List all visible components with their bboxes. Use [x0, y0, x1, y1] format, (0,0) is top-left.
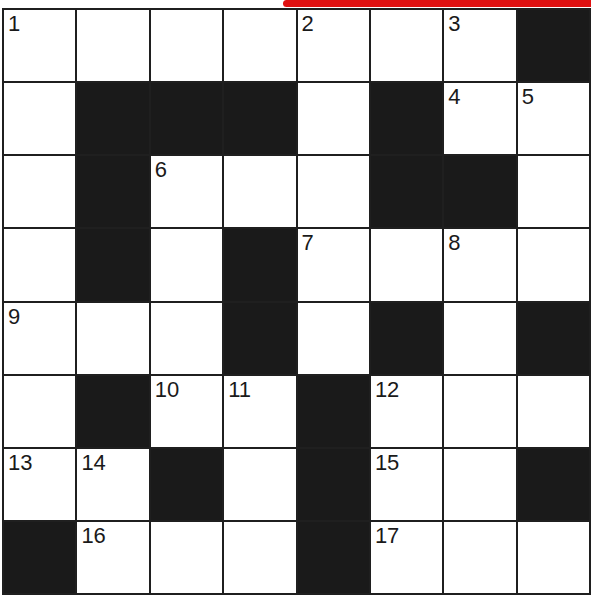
cell-r8c5-block [298, 522, 369, 593]
cell-r2c7[interactable]: 4 [444, 83, 515, 154]
cell-r2c5[interactable] [298, 83, 369, 154]
cell-r7c5-block [298, 449, 369, 520]
cell-r2c4-block [224, 83, 295, 154]
cell-r6c6[interactable]: 12 [371, 376, 442, 447]
red-accent-bar [283, 0, 591, 7]
cell-r4c5[interactable]: 7 [298, 229, 369, 300]
cell-r3c4[interactable] [224, 156, 295, 227]
cell-r6c1[interactable] [4, 376, 75, 447]
cell-r4c1[interactable] [4, 229, 75, 300]
cell-r7c3-block [151, 449, 222, 520]
cell-r5c2[interactable] [77, 303, 148, 374]
cell-r8c1-block [4, 522, 75, 593]
cell-r2c8[interactable]: 5 [518, 83, 589, 154]
cell-r3c1[interactable] [4, 156, 75, 227]
cell-r6c8[interactable] [518, 376, 589, 447]
clue-number-7: 7 [302, 232, 314, 254]
clue-number-14: 14 [81, 452, 105, 474]
cell-r3c6-block [371, 156, 442, 227]
clue-number-16: 16 [81, 525, 105, 547]
cell-r5c4-block [224, 303, 295, 374]
cell-r8c2[interactable]: 16 [77, 522, 148, 593]
cell-r6c2-block [77, 376, 148, 447]
cell-r5c5[interactable] [298, 303, 369, 374]
crossword-grid: 1234567891011121314151617 [2, 8, 591, 595]
clue-number-15: 15 [375, 452, 399, 474]
cell-r2c1[interactable] [4, 83, 75, 154]
clue-number-12: 12 [375, 379, 399, 401]
cell-r7c8-block [518, 449, 589, 520]
cell-r8c3[interactable] [151, 522, 222, 593]
cell-r1c8-block [518, 10, 589, 81]
cell-r6c7[interactable] [444, 376, 515, 447]
cell-r4c8[interactable] [518, 229, 589, 300]
cell-r5c6-block [371, 303, 442, 374]
cell-r6c5-block [298, 376, 369, 447]
cell-r1c4[interactable] [224, 10, 295, 81]
cell-r8c4[interactable] [224, 522, 295, 593]
cell-r1c1[interactable]: 1 [4, 10, 75, 81]
clue-number-8: 8 [448, 232, 460, 254]
cell-r4c6[interactable] [371, 229, 442, 300]
clue-number-17: 17 [375, 525, 399, 547]
cell-r3c5[interactable] [298, 156, 369, 227]
cell-r8c7[interactable] [444, 522, 515, 593]
cell-r7c4[interactable] [224, 449, 295, 520]
crossword-page: 1234567891011121314151617 [0, 0, 591, 606]
cell-r1c2[interactable] [77, 10, 148, 81]
clue-number-10: 10 [155, 379, 179, 401]
cell-r1c6[interactable] [371, 10, 442, 81]
cell-r1c3[interactable] [151, 10, 222, 81]
cell-r3c2-block [77, 156, 148, 227]
cell-r5c7[interactable] [444, 303, 515, 374]
clue-number-1: 1 [8, 13, 20, 35]
cell-r8c6[interactable]: 17 [371, 522, 442, 593]
cell-r1c5[interactable]: 2 [298, 10, 369, 81]
cell-r4c4-block [224, 229, 295, 300]
clue-number-9: 9 [8, 306, 20, 328]
cell-r7c7[interactable] [444, 449, 515, 520]
cell-r7c6[interactable]: 15 [371, 449, 442, 520]
cell-r6c4[interactable]: 11 [224, 376, 295, 447]
clue-number-13: 13 [8, 452, 32, 474]
clue-number-5: 5 [522, 86, 534, 108]
clue-number-3: 3 [448, 13, 460, 35]
cell-r5c8-block [518, 303, 589, 374]
cell-r4c7[interactable]: 8 [444, 229, 515, 300]
cell-r3c7-block [444, 156, 515, 227]
cell-r7c1[interactable]: 13 [4, 449, 75, 520]
cell-r4c2-block [77, 229, 148, 300]
cell-r2c2-block [77, 83, 148, 154]
cell-r1c7[interactable]: 3 [444, 10, 515, 81]
clue-number-11: 11 [228, 379, 251, 401]
cell-r6c3[interactable]: 10 [151, 376, 222, 447]
cell-r2c3-block [151, 83, 222, 154]
cell-r3c3[interactable]: 6 [151, 156, 222, 227]
cell-r8c8[interactable] [518, 522, 589, 593]
cell-r5c3[interactable] [151, 303, 222, 374]
cell-r2c6-block [371, 83, 442, 154]
cell-r7c2[interactable]: 14 [77, 449, 148, 520]
cell-r5c1[interactable]: 9 [4, 303, 75, 374]
cell-r4c3[interactable] [151, 229, 222, 300]
clue-number-4: 4 [448, 86, 460, 108]
clue-number-2: 2 [302, 13, 314, 35]
clue-number-6: 6 [155, 159, 167, 181]
cell-r3c8[interactable] [518, 156, 589, 227]
